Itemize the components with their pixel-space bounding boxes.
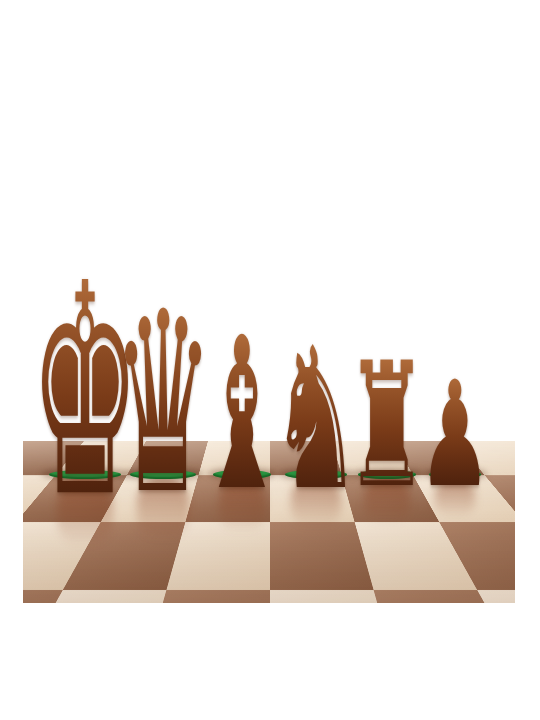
pawn-piece: ♟ (418, 361, 491, 507)
product-photo: ♚ ♛ ♝ ♞ ♜ ♟ (0, 0, 540, 720)
board-square (477, 590, 515, 603)
rook-piece: ♜ (345, 340, 428, 512)
